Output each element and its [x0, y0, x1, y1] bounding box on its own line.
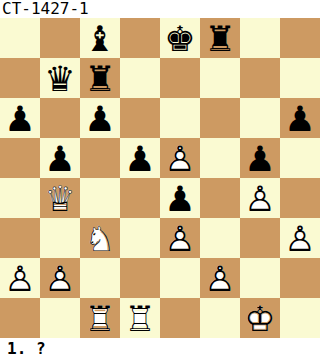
square-d8[interactable] [120, 18, 160, 58]
square-h4[interactable] [280, 178, 320, 218]
piece-black-pawn-e4[interactable]: ♟ [160, 178, 200, 218]
piece-black-pawn-d5[interactable]: ♟ [120, 138, 160, 178]
black-piece-glyph: ♚ [160, 18, 200, 58]
square-c3[interactable]: ♞♘ [80, 218, 120, 258]
white-piece-outline: ♙ [160, 218, 200, 258]
square-h7[interactable] [280, 58, 320, 98]
white-piece-outline: ♙ [40, 258, 80, 298]
piece-white-pawn-b2[interactable]: ♟♙ [40, 258, 80, 298]
piece-black-pawn-h6[interactable]: ♟ [280, 98, 320, 138]
square-a4[interactable] [0, 178, 40, 218]
black-piece-glyph: ♟ [80, 98, 120, 138]
square-b8[interactable] [40, 18, 80, 58]
square-e1[interactable] [160, 298, 200, 338]
piece-black-pawn-b5[interactable]: ♟ [40, 138, 80, 178]
white-piece-outline: ♙ [0, 258, 40, 298]
black-piece-glyph: ♟ [160, 178, 200, 218]
square-e6[interactable] [160, 98, 200, 138]
square-a3[interactable] [0, 218, 40, 258]
square-b1[interactable] [40, 298, 80, 338]
square-c8[interactable]: ♝ [80, 18, 120, 58]
white-piece-outline: ♙ [160, 138, 200, 178]
piece-white-pawn-e3[interactable]: ♟♙ [160, 218, 200, 258]
square-c1[interactable]: ♜♖ [80, 298, 120, 338]
piece-white-pawn-h3[interactable]: ♟♙ [280, 218, 320, 258]
square-d1[interactable]: ♜♖ [120, 298, 160, 338]
square-h8[interactable] [280, 18, 320, 58]
piece-black-bishop-c8[interactable]: ♝ [80, 18, 120, 58]
square-f7[interactable] [200, 58, 240, 98]
square-a2[interactable]: ♟♙ [0, 258, 40, 298]
square-c5[interactable] [80, 138, 120, 178]
square-d5[interactable]: ♟ [120, 138, 160, 178]
white-piece-outline: ♘ [80, 218, 120, 258]
piece-black-pawn-g5[interactable]: ♟ [240, 138, 280, 178]
move-prompt: 1. ? [7, 341, 46, 357]
piece-white-pawn-a2[interactable]: ♟♙ [0, 258, 40, 298]
square-h1[interactable] [280, 298, 320, 338]
black-piece-glyph: ♟ [280, 98, 320, 138]
square-g7[interactable] [240, 58, 280, 98]
square-g4[interactable]: ♟♙ [240, 178, 280, 218]
piece-white-rook-d1[interactable]: ♜♖ [120, 298, 160, 338]
square-g8[interactable] [240, 18, 280, 58]
square-a6[interactable]: ♟ [0, 98, 40, 138]
square-b5[interactable]: ♟ [40, 138, 80, 178]
square-b3[interactable] [40, 218, 80, 258]
square-h3[interactable]: ♟♙ [280, 218, 320, 258]
piece-black-rook-c7[interactable]: ♜ [80, 58, 120, 98]
square-g5[interactable]: ♟ [240, 138, 280, 178]
square-f5[interactable] [200, 138, 240, 178]
piece-black-pawn-a6[interactable]: ♟ [0, 98, 40, 138]
square-d4[interactable] [120, 178, 160, 218]
white-piece-outline: ♖ [120, 298, 160, 338]
white-piece-outline: ♙ [200, 258, 240, 298]
square-c2[interactable] [80, 258, 120, 298]
piece-white-king-g1[interactable]: ♚♔ [240, 298, 280, 338]
piece-white-rook-c1[interactable]: ♜♖ [80, 298, 120, 338]
square-d6[interactable] [120, 98, 160, 138]
square-a7[interactable] [0, 58, 40, 98]
piece-black-king-e8[interactable]: ♚ [160, 18, 200, 58]
square-d2[interactable] [120, 258, 160, 298]
square-f4[interactable] [200, 178, 240, 218]
piece-black-queen-b7[interactable]: ♛ [40, 58, 80, 98]
square-c6[interactable]: ♟ [80, 98, 120, 138]
square-d7[interactable] [120, 58, 160, 98]
square-b7[interactable]: ♛ [40, 58, 80, 98]
piece-white-queen-b4[interactable]: ♛♕ [40, 178, 80, 218]
square-c4[interactable] [80, 178, 120, 218]
piece-white-pawn-g4[interactable]: ♟♙ [240, 178, 280, 218]
piece-black-rook-f8[interactable]: ♜ [200, 18, 240, 58]
square-a5[interactable] [0, 138, 40, 178]
square-f1[interactable] [200, 298, 240, 338]
square-g2[interactable] [240, 258, 280, 298]
square-g6[interactable] [240, 98, 280, 138]
square-e5[interactable]: ♟♙ [160, 138, 200, 178]
white-piece-outline: ♖ [80, 298, 120, 338]
square-d3[interactable] [120, 218, 160, 258]
square-f3[interactable] [200, 218, 240, 258]
white-piece-outline: ♙ [280, 218, 320, 258]
square-g3[interactable] [240, 218, 280, 258]
square-a1[interactable] [0, 298, 40, 338]
square-e8[interactable]: ♚ [160, 18, 200, 58]
white-piece-outline: ♙ [240, 178, 280, 218]
square-a8[interactable] [0, 18, 40, 58]
black-piece-glyph: ♟ [240, 138, 280, 178]
square-f6[interactable] [200, 98, 240, 138]
black-piece-glyph: ♟ [40, 138, 80, 178]
black-piece-glyph: ♜ [200, 18, 240, 58]
square-f8[interactable]: ♜ [200, 18, 240, 58]
square-b2[interactable]: ♟♙ [40, 258, 80, 298]
black-piece-glyph: ♟ [0, 98, 40, 138]
piece-white-knight-c3[interactable]: ♞♘ [80, 218, 120, 258]
white-piece-outline: ♔ [240, 298, 280, 338]
square-h6[interactable]: ♟ [280, 98, 320, 138]
square-h2[interactable] [280, 258, 320, 298]
square-e4[interactable]: ♟ [160, 178, 200, 218]
black-piece-glyph: ♝ [80, 18, 120, 58]
black-piece-glyph: ♟ [120, 138, 160, 178]
white-piece-outline: ♕ [40, 178, 80, 218]
square-c7[interactable]: ♜ [80, 58, 120, 98]
square-e3[interactable]: ♟♙ [160, 218, 200, 258]
square-h5[interactable] [280, 138, 320, 178]
square-b4[interactable]: ♛♕ [40, 178, 80, 218]
square-b6[interactable] [40, 98, 80, 138]
black-piece-glyph: ♜ [80, 58, 120, 98]
square-e2[interactable] [160, 258, 200, 298]
square-f2[interactable]: ♟♙ [200, 258, 240, 298]
puzzle-title: CT-1427-1 [2, 1, 89, 17]
chess-board[interactable]: ♝♚♜♛♜♟♟♟♟♟♟♙♟♛♕♟♟♙♞♘♟♙♟♙♟♙♟♙♟♙♜♖♜♖♚♔ [0, 18, 320, 338]
square-e7[interactable] [160, 58, 200, 98]
piece-white-pawn-e5[interactable]: ♟♙ [160, 138, 200, 178]
square-g1[interactable]: ♚♔ [240, 298, 280, 338]
piece-black-pawn-c6[interactable]: ♟ [80, 98, 120, 138]
piece-white-pawn-f2[interactable]: ♟♙ [200, 258, 240, 298]
black-piece-glyph: ♛ [40, 58, 80, 98]
